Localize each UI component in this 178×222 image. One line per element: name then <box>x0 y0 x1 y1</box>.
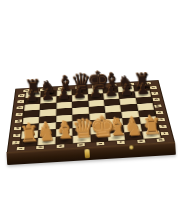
square-b7[interactable]: ♟ <box>40 96 56 103</box>
chess-board: abcdefgh 87654321 ♜♞♝♛♚♝♞♜♟♟♟♟♟♟♟♟♟♟♟♟♟♟… <box>6 80 174 153</box>
square-h1[interactable]: ♜ <box>141 130 160 139</box>
brass-hinge-pin-icon <box>130 145 134 149</box>
black-pawn[interactable]: ♟ <box>134 82 151 97</box>
file-label-h: h <box>156 138 164 142</box>
white-bishop[interactable]: ♝ <box>53 119 72 144</box>
file-label-f: f <box>116 141 124 145</box>
white-knight[interactable]: ♞ <box>36 123 55 144</box>
square-d1[interactable]: ♛ <box>72 135 90 144</box>
brass-latch-icon <box>84 149 90 158</box>
rank-label-7: 7 <box>17 100 24 103</box>
black-pawn[interactable]: ♟ <box>55 86 72 101</box>
file-label-d: d <box>76 143 84 147</box>
black-pawn[interactable]: ♟ <box>87 84 104 99</box>
white-queen[interactable]: ♛ <box>71 116 90 143</box>
file-label-a: a <box>16 147 24 151</box>
scene: abcdefgh 87654321 ♜♞♝♛♚♝♞♜♟♟♟♟♟♟♟♟♟♟♟♟♟♟… <box>0 31 178 192</box>
square-f1[interactable]: ♝ <box>107 132 125 141</box>
square-a1[interactable]: ♜ <box>20 138 38 147</box>
file-label-c: c <box>56 144 64 148</box>
black-pawn[interactable]: ♟ <box>39 87 56 102</box>
rank-label-6: 6 <box>16 106 23 109</box>
rank-label-5: 5 <box>154 104 162 107</box>
white-king[interactable]: ♚ <box>88 112 107 141</box>
perspective-wrapper: abcdefgh 87654321 ♜♞♝♛♚♝♞♜♟♟♟♟♟♟♟♟♟♟♟♟♟♟… <box>0 31 178 192</box>
black-pawn[interactable]: ♟ <box>71 85 88 100</box>
white-rook[interactable]: ♜ <box>141 116 160 138</box>
rank-label-5: 5 <box>15 113 22 116</box>
square-g1[interactable]: ♞ <box>124 131 143 140</box>
black-pawn[interactable]: ♟ <box>23 88 40 103</box>
file-label-g: g <box>136 139 144 143</box>
white-knight[interactable]: ♞ <box>124 118 143 139</box>
white-bishop[interactable]: ♝ <box>106 116 125 141</box>
chess-set-photo: abcdefgh 87654321 ♜♞♝♛♚♝♞♜♟♟♟♟♟♟♟♟♟♟♟♟♟♟… <box>0 0 178 222</box>
square-b1[interactable]: ♞ <box>37 137 55 146</box>
file-label-e: e <box>96 142 104 146</box>
board-grid: ♜♞♝♛♚♝♞♜♟♟♟♟♟♟♟♟♟♟♟♟♟♟♟♟♜♞♝♛♚♝♞♜ <box>20 85 160 147</box>
rank-label-7: 7 <box>151 92 158 95</box>
black-pawn[interactable]: ♟ <box>118 83 135 98</box>
rank-label-6: 6 <box>152 98 159 101</box>
black-pawn[interactable]: ♟ <box>102 84 119 99</box>
rank-label-1: 1 <box>12 141 20 145</box>
file-label-b: b <box>36 145 44 149</box>
white-rook[interactable]: ♜ <box>19 123 38 145</box>
square-c1[interactable]: ♝ <box>55 136 73 145</box>
square-e1[interactable]: ♚ <box>90 134 108 143</box>
